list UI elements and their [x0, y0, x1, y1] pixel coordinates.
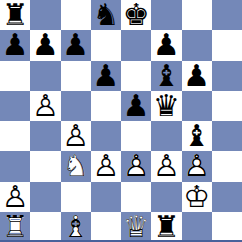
square-b2[interactable]	[30, 182, 60, 212]
square-h4[interactable]	[212, 121, 242, 151]
white-pawn-b5[interactable]: ♟♙	[30, 91, 60, 121]
square-g3[interactable]: ♟♙	[182, 151, 212, 181]
square-a4[interactable]	[0, 121, 30, 151]
square-a7[interactable]: ♟	[0, 30, 30, 60]
black-pawn-e5[interactable]: ♟	[121, 91, 151, 121]
square-h2[interactable]	[212, 182, 242, 212]
square-d2[interactable]	[91, 182, 121, 212]
square-c4[interactable]: ♟♙	[61, 121, 91, 151]
black-bishop-g4[interactable]: ♝	[182, 121, 212, 151]
black-pawn-a7[interactable]: ♟	[0, 30, 30, 60]
square-a1[interactable]: ♜♖	[0, 212, 30, 242]
square-e6[interactable]	[121, 61, 151, 91]
square-g2[interactable]: ♚♔	[182, 182, 212, 212]
white-piece-outline-layer: ♙	[182, 151, 212, 181]
white-bishop-c1[interactable]: ♝♗	[61, 212, 91, 242]
square-c1[interactable]: ♝♗	[61, 212, 91, 242]
white-piece-outline-layer: ♙	[61, 121, 91, 151]
white-piece-outline-layer: ♗	[61, 212, 91, 242]
square-c7[interactable]: ♟	[61, 30, 91, 60]
square-g8[interactable]	[182, 0, 212, 30]
square-e2[interactable]	[121, 182, 151, 212]
square-e4[interactable]	[121, 121, 151, 151]
white-piece-outline-layer: ♘	[61, 151, 91, 181]
white-piece-outline-layer: ♔	[182, 182, 212, 212]
square-h8[interactable]	[212, 0, 242, 30]
square-a6[interactable]	[0, 61, 30, 91]
chess-board: ♜♞♚♟♟♟♟♟♝♟♟♙♟♛♟♙♝♞♘♟♙♟♙♟♙♟♙♟♙♚♔♜♖♝♗♛♕♜	[0, 0, 242, 242]
square-b8[interactable]	[30, 0, 60, 30]
white-knight-c3[interactable]: ♞♘	[61, 151, 91, 181]
square-d3[interactable]: ♟♙	[91, 151, 121, 181]
square-f3[interactable]: ♟♙	[151, 151, 181, 181]
square-a3[interactable]	[0, 151, 30, 181]
square-d6[interactable]: ♟	[91, 61, 121, 91]
square-c8[interactable]	[61, 0, 91, 30]
square-c5[interactable]	[61, 91, 91, 121]
square-h3[interactable]	[212, 151, 242, 181]
square-g5[interactable]	[182, 91, 212, 121]
white-pawn-c4[interactable]: ♟♙	[61, 121, 91, 151]
white-piece-outline-layer: ♙	[0, 182, 30, 212]
square-d1[interactable]	[91, 212, 121, 242]
square-b1[interactable]	[30, 212, 60, 242]
square-e3[interactable]: ♟♙	[121, 151, 151, 181]
square-f1[interactable]: ♜	[151, 212, 181, 242]
square-g1[interactable]	[182, 212, 212, 242]
black-pawn-g6[interactable]: ♟	[182, 61, 212, 91]
white-piece-outline-layer: ♙	[151, 151, 181, 181]
square-h7[interactable]	[212, 30, 242, 60]
square-a5[interactable]	[0, 91, 30, 121]
black-king-e8[interactable]: ♚	[121, 0, 151, 30]
white-king-g2[interactable]: ♚♔	[182, 182, 212, 212]
square-c2[interactable]	[61, 182, 91, 212]
white-pawn-g3[interactable]: ♟♙	[182, 151, 212, 181]
square-f8[interactable]	[151, 0, 181, 30]
square-b7[interactable]: ♟	[30, 30, 60, 60]
white-pawn-d3[interactable]: ♟♙	[91, 151, 121, 181]
square-h6[interactable]	[212, 61, 242, 91]
square-d5[interactable]	[91, 91, 121, 121]
black-pawn-c7[interactable]: ♟	[61, 30, 91, 60]
square-f4[interactable]	[151, 121, 181, 151]
square-f7[interactable]: ♟	[151, 30, 181, 60]
white-rook-a1[interactable]: ♜♖	[0, 212, 30, 242]
square-c6[interactable]	[61, 61, 91, 91]
square-d7[interactable]	[91, 30, 121, 60]
black-queen-f5[interactable]: ♛	[151, 91, 181, 121]
square-e8[interactable]: ♚	[121, 0, 151, 30]
square-e7[interactable]	[121, 30, 151, 60]
square-e1[interactable]: ♛♕	[121, 212, 151, 242]
white-piece-outline-layer: ♙	[91, 151, 121, 181]
square-d8[interactable]: ♞	[91, 0, 121, 30]
black-rook-f1[interactable]: ♜	[151, 212, 181, 242]
white-piece-outline-layer: ♖	[0, 212, 30, 242]
white-pawn-a2[interactable]: ♟♙	[0, 182, 30, 212]
square-f6[interactable]: ♝	[151, 61, 181, 91]
white-piece-outline-layer: ♙	[121, 151, 151, 181]
square-a8[interactable]: ♜	[0, 0, 30, 30]
square-h1[interactable]	[212, 212, 242, 242]
square-h5[interactable]	[212, 91, 242, 121]
black-pawn-d6[interactable]: ♟	[91, 61, 121, 91]
square-e5[interactable]: ♟	[121, 91, 151, 121]
square-g4[interactable]: ♝	[182, 121, 212, 151]
square-g6[interactable]: ♟	[182, 61, 212, 91]
square-c3[interactable]: ♞♘	[61, 151, 91, 181]
square-b3[interactable]	[30, 151, 60, 181]
square-f2[interactable]	[151, 182, 181, 212]
black-rook-a8[interactable]: ♜	[0, 0, 30, 30]
square-g7[interactable]	[182, 30, 212, 60]
square-b4[interactable]	[30, 121, 60, 151]
white-pawn-f3[interactable]: ♟♙	[151, 151, 181, 181]
white-piece-outline-layer: ♙	[30, 91, 60, 121]
white-piece-outline-layer: ♕	[121, 212, 151, 242]
square-b6[interactable]	[30, 61, 60, 91]
black-pawn-f7[interactable]: ♟	[151, 30, 181, 60]
white-queen-e1[interactable]: ♛♕	[121, 212, 151, 242]
square-d4[interactable]	[91, 121, 121, 151]
black-knight-d8[interactable]: ♞	[91, 0, 121, 30]
square-a2[interactable]: ♟♙	[0, 182, 30, 212]
square-b5[interactable]: ♟♙	[30, 91, 60, 121]
white-pawn-e3[interactable]: ♟♙	[121, 151, 151, 181]
black-bishop-f6[interactable]: ♝	[151, 61, 181, 91]
square-f5[interactable]: ♛	[151, 91, 181, 121]
black-pawn-b7[interactable]: ♟	[30, 30, 60, 60]
